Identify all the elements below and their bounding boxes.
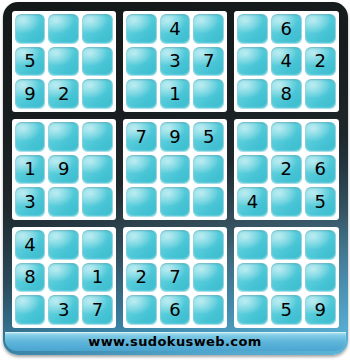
cell-r2c4[interactable] [126, 47, 157, 77]
cell-r1c6[interactable] [193, 14, 224, 44]
cell-r1c2[interactable] [48, 14, 79, 44]
cell-r6c6[interactable] [193, 187, 224, 217]
cell-r9c3[interactable]: 7 [82, 295, 113, 325]
cell-r6c5[interactable] [160, 187, 191, 217]
cell-r6c2[interactable] [48, 187, 79, 217]
cell-r2c7[interactable] [237, 47, 268, 77]
cell-r8c7[interactable] [237, 263, 268, 293]
cell-r4c4[interactable]: 7 [126, 122, 157, 152]
box-6: 2645 [234, 119, 338, 220]
cell-r1c9[interactable] [305, 14, 336, 44]
box-1: 592 [12, 11, 116, 112]
cell-r1c7[interactable] [237, 14, 268, 44]
sudoku-grid: 5924371642819379526454813727659 [12, 11, 339, 328]
cell-r4c5[interactable]: 9 [160, 122, 191, 152]
cell-r1c3[interactable] [82, 14, 113, 44]
cell-r8c6[interactable] [193, 263, 224, 293]
cell-r8c4[interactable]: 2 [126, 263, 157, 293]
cell-r6c1[interactable]: 3 [15, 187, 46, 217]
cell-r4c9[interactable] [305, 122, 336, 152]
cell-r1c8[interactable]: 6 [271, 14, 302, 44]
cell-r3c5[interactable]: 1 [160, 79, 191, 109]
cell-r8c5[interactable]: 7 [160, 263, 191, 293]
cell-r2c9[interactable]: 2 [305, 47, 336, 77]
cell-r3c7[interactable] [237, 79, 268, 109]
cell-r8c8[interactable] [271, 263, 302, 293]
cell-r4c7[interactable] [237, 122, 268, 152]
box-8: 276 [123, 227, 227, 328]
cell-r2c1[interactable]: 5 [15, 47, 46, 77]
cell-r7c4[interactable] [126, 230, 157, 260]
cell-r7c5[interactable] [160, 230, 191, 260]
cell-r1c1[interactable] [15, 14, 46, 44]
cell-r6c9[interactable]: 5 [305, 187, 336, 217]
website-link[interactable]: www.sudokusweb.com [88, 334, 261, 349]
cell-r3c2[interactable]: 2 [48, 79, 79, 109]
cell-r5c1[interactable]: 1 [15, 155, 46, 185]
cell-r9c5[interactable]: 6 [160, 295, 191, 325]
cell-r6c3[interactable] [82, 187, 113, 217]
cell-r2c6[interactable]: 7 [193, 47, 224, 77]
cell-r4c3[interactable] [82, 122, 113, 152]
footer-bar: www.sudokusweb.com [5, 332, 346, 351]
cell-r5c9[interactable]: 6 [305, 155, 336, 185]
cell-r9c6[interactable] [193, 295, 224, 325]
cell-r8c1[interactable]: 8 [15, 263, 46, 293]
cell-r1c4[interactable] [126, 14, 157, 44]
cell-r2c2[interactable] [48, 47, 79, 77]
cell-r9c2[interactable]: 3 [48, 295, 79, 325]
cell-r4c8[interactable] [271, 122, 302, 152]
box-3: 6428 [234, 11, 338, 112]
cell-r5c8[interactable]: 2 [271, 155, 302, 185]
cell-r9c7[interactable] [237, 295, 268, 325]
cell-r3c3[interactable] [82, 79, 113, 109]
cell-r5c7[interactable] [237, 155, 268, 185]
cell-r7c8[interactable] [271, 230, 302, 260]
cell-r9c4[interactable] [126, 295, 157, 325]
cell-r8c9[interactable] [305, 263, 336, 293]
cell-r8c2[interactable] [48, 263, 79, 293]
cell-r7c9[interactable] [305, 230, 336, 260]
cell-r7c6[interactable] [193, 230, 224, 260]
cell-r3c1[interactable]: 9 [15, 79, 46, 109]
cell-r7c1[interactable]: 4 [15, 230, 46, 260]
box-7: 48137 [12, 227, 116, 328]
box-2: 4371 [123, 11, 227, 112]
cell-r5c2[interactable]: 9 [48, 155, 79, 185]
cell-r7c2[interactable] [48, 230, 79, 260]
cell-r5c5[interactable] [160, 155, 191, 185]
cell-r6c8[interactable] [271, 187, 302, 217]
sudoku-board-frame: 5924371642819379526454813727659 www.sudo… [3, 2, 348, 355]
box-5: 795 [123, 119, 227, 220]
cell-r8c3[interactable]: 1 [82, 263, 113, 293]
cell-r2c5[interactable]: 3 [160, 47, 191, 77]
cell-r9c1[interactable] [15, 295, 46, 325]
cell-r4c6[interactable]: 5 [193, 122, 224, 152]
cell-r9c9[interactable]: 9 [305, 295, 336, 325]
cell-r9c8[interactable]: 5 [271, 295, 302, 325]
cell-r5c4[interactable] [126, 155, 157, 185]
cell-r4c2[interactable] [48, 122, 79, 152]
cell-r4c1[interactable] [15, 122, 46, 152]
cell-r3c6[interactable] [193, 79, 224, 109]
cell-r3c8[interactable]: 8 [271, 79, 302, 109]
cell-r6c7[interactable]: 4 [237, 187, 268, 217]
box-9: 59 [234, 227, 338, 328]
cell-r5c3[interactable] [82, 155, 113, 185]
cell-r5c6[interactable] [193, 155, 224, 185]
cell-r7c3[interactable] [82, 230, 113, 260]
cell-r7c7[interactable] [237, 230, 268, 260]
cell-r3c4[interactable] [126, 79, 157, 109]
cell-r3c9[interactable] [305, 79, 336, 109]
cell-r1c5[interactable]: 4 [160, 14, 191, 44]
cell-r2c3[interactable] [82, 47, 113, 77]
cell-r2c8[interactable]: 4 [271, 47, 302, 77]
box-4: 193 [12, 119, 116, 220]
cell-r6c4[interactable] [126, 187, 157, 217]
